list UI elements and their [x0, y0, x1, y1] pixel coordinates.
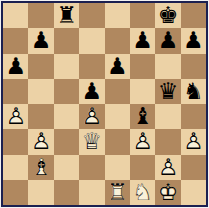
square-h3[interactable]: ♟♙	[181, 129, 206, 154]
square-c3[interactable]	[54, 129, 79, 154]
square-e6[interactable]: ♟	[105, 54, 130, 79]
square-f6[interactable]	[130, 54, 155, 79]
square-a1[interactable]	[3, 180, 28, 205]
white-pawn-a4[interactable]: ♟♙	[3, 104, 28, 129]
square-b5[interactable]	[28, 79, 53, 104]
white-bishop-b2[interactable]: ♝♗	[28, 155, 53, 180]
white-pawn-icon: ♙	[79, 104, 104, 129]
black-pawn-icon: ♟	[3, 54, 28, 79]
square-h7[interactable]: ♟	[181, 28, 206, 53]
square-b1[interactable]	[28, 180, 53, 205]
black-rook-icon: ♜	[54, 3, 79, 28]
white-pawn-b3[interactable]: ♟♙	[28, 129, 53, 154]
white-queen-d3[interactable]: ♛♕	[79, 129, 104, 154]
white-pawn-g2[interactable]: ♟♙	[155, 155, 180, 180]
black-pawn-f7[interactable]: ♟	[130, 28, 155, 53]
square-b8[interactable]	[28, 3, 53, 28]
white-pawn-icon: ♙	[155, 155, 180, 180]
black-pawn-icon: ♟	[155, 28, 180, 53]
white-bishop-icon: ♗	[28, 155, 53, 180]
square-b6[interactable]	[28, 54, 53, 79]
black-pawn-icon: ♟	[28, 28, 53, 53]
square-e1[interactable]: ♜♖	[105, 180, 130, 205]
white-pawn-f3[interactable]: ♟♙	[130, 129, 155, 154]
square-d4[interactable]: ♟♙	[79, 104, 104, 129]
white-rook-icon: ♖	[105, 180, 130, 205]
white-pawn-icon: ♙	[130, 129, 155, 154]
square-d1[interactable]	[79, 180, 104, 205]
square-a5[interactable]	[3, 79, 28, 104]
black-knight-icon: ♞	[181, 79, 206, 104]
black-pawn-b7[interactable]: ♟	[28, 28, 53, 53]
square-b7[interactable]: ♟	[28, 28, 53, 53]
square-a8[interactable]	[3, 3, 28, 28]
square-b4[interactable]	[28, 104, 53, 129]
square-g8[interactable]: ♚	[155, 3, 180, 28]
square-g4[interactable]	[155, 104, 180, 129]
square-c6[interactable]	[54, 54, 79, 79]
square-c5[interactable]	[54, 79, 79, 104]
square-f3[interactable]: ♟♙	[130, 129, 155, 154]
square-c1[interactable]	[54, 180, 79, 205]
square-e3[interactable]	[105, 129, 130, 154]
black-pawn-icon: ♟	[181, 28, 206, 53]
black-pawn-g7[interactable]: ♟	[155, 28, 180, 53]
square-g1[interactable]: ♚♔	[155, 180, 180, 205]
black-pawn-icon: ♟	[79, 79, 104, 104]
black-king-g8[interactable]: ♚	[155, 3, 180, 28]
black-bishop-icon: ♝	[130, 104, 155, 129]
black-king-icon: ♚	[155, 3, 180, 28]
white-pawn-icon: ♙	[3, 104, 28, 129]
square-d3[interactable]: ♛♕	[79, 129, 104, 154]
square-g7[interactable]: ♟	[155, 28, 180, 53]
square-d5[interactable]: ♟	[79, 79, 104, 104]
white-pawn-icon: ♙	[181, 129, 206, 154]
white-pawn-h3[interactable]: ♟♙	[181, 129, 206, 154]
black-knight-h5[interactable]: ♞	[181, 79, 206, 104]
square-e5[interactable]	[105, 79, 130, 104]
square-f1[interactable]: ♞♘	[130, 180, 155, 205]
black-queen-icon: ♛	[155, 79, 180, 104]
white-king-icon: ♔	[155, 180, 180, 205]
square-h4[interactable]	[181, 104, 206, 129]
square-c8[interactable]: ♜	[54, 3, 79, 28]
square-a6[interactable]: ♟	[3, 54, 28, 79]
square-f8[interactable]	[130, 3, 155, 28]
white-queen-icon: ♕	[79, 129, 104, 154]
black-pawn-h7[interactable]: ♟	[181, 28, 206, 53]
board-frame-highlight: ♜♚♟♟♟♟♟♟♟♛♞♟♙♟♙♝♟♙♛♕♟♙♟♙♝♗♟♙♜♖♞♘♚♔	[0, 0, 209, 208]
square-a2[interactable]	[3, 155, 28, 180]
square-b2[interactable]: ♝♗	[28, 155, 53, 180]
black-bishop-f4[interactable]: ♝	[130, 104, 155, 129]
white-knight-icon: ♘	[130, 180, 155, 205]
square-g3[interactable]	[155, 129, 180, 154]
chess-board: ♜♚♟♟♟♟♟♟♟♛♞♟♙♟♙♝♟♙♛♕♟♙♟♙♝♗♟♙♜♖♞♘♚♔	[3, 3, 206, 205]
black-pawn-a6[interactable]: ♟	[3, 54, 28, 79]
square-a4[interactable]: ♟♙	[3, 104, 28, 129]
square-f4[interactable]: ♝	[130, 104, 155, 129]
square-c7[interactable]	[54, 28, 79, 53]
square-d8[interactable]	[79, 3, 104, 28]
black-pawn-icon: ♟	[105, 54, 130, 79]
black-pawn-icon: ♟	[130, 28, 155, 53]
square-e8[interactable]	[105, 3, 130, 28]
square-f5[interactable]	[130, 79, 155, 104]
white-pawn-d4[interactable]: ♟♙	[79, 104, 104, 129]
square-g2[interactable]: ♟♙	[155, 155, 180, 180]
square-d2[interactable]	[79, 155, 104, 180]
square-b3[interactable]: ♟♙	[28, 129, 53, 154]
black-queen-g5[interactable]: ♛	[155, 79, 180, 104]
square-g5[interactable]: ♛	[155, 79, 180, 104]
square-h8[interactable]	[181, 3, 206, 28]
square-f7[interactable]: ♟	[130, 28, 155, 53]
square-h5[interactable]: ♞	[181, 79, 206, 104]
square-g6[interactable]	[155, 54, 180, 79]
white-pawn-icon: ♙	[28, 129, 53, 154]
white-knight-f1[interactable]: ♞♘	[130, 180, 155, 205]
square-a3[interactable]	[3, 129, 28, 154]
board-frame-border: ♜♚♟♟♟♟♟♟♟♛♞♟♙♟♙♝♟♙♛♕♟♙♟♙♝♗♟♙♜♖♞♘♚♔	[1, 1, 208, 207]
square-f2[interactable]	[130, 155, 155, 180]
black-pawn-d5[interactable]: ♟	[79, 79, 104, 104]
square-h1[interactable]	[181, 180, 206, 205]
square-d6[interactable]	[79, 54, 104, 79]
square-c4[interactable]	[54, 104, 79, 129]
square-e7[interactable]	[105, 28, 130, 53]
square-e2[interactable]	[105, 155, 130, 180]
square-h2[interactable]	[181, 155, 206, 180]
square-e4[interactable]	[105, 104, 130, 129]
square-d7[interactable]	[79, 28, 104, 53]
black-pawn-e6[interactable]: ♟	[105, 54, 130, 79]
square-a7[interactable]	[3, 28, 28, 53]
white-king-g1[interactable]: ♚♔	[155, 180, 180, 205]
black-rook-c8[interactable]: ♜	[54, 3, 79, 28]
white-rook-e1[interactable]: ♜♖	[105, 180, 130, 205]
square-c2[interactable]	[54, 155, 79, 180]
square-h6[interactable]	[181, 54, 206, 79]
